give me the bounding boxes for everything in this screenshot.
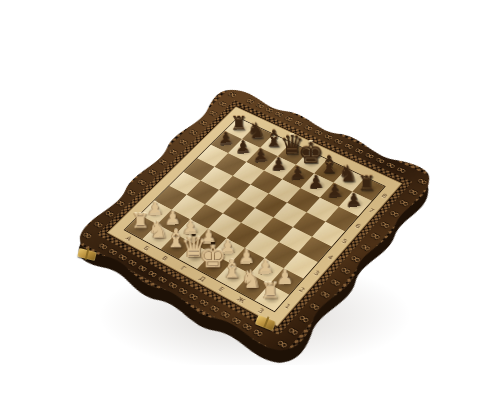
contrasting-finial [211,240,215,244]
contrasting-finial [290,131,294,135]
contrasting-finial [192,232,196,236]
contrasting-finial [309,138,313,142]
product-photo-scene: ∞∞∞∞∞∞∞∞∞∞∞∞∞∞∞∞ ∞∞∞∞∞∞∞∞∞∞∞∞∞∞∞∞ ∞∞∞∞∞∞… [0,0,500,400]
